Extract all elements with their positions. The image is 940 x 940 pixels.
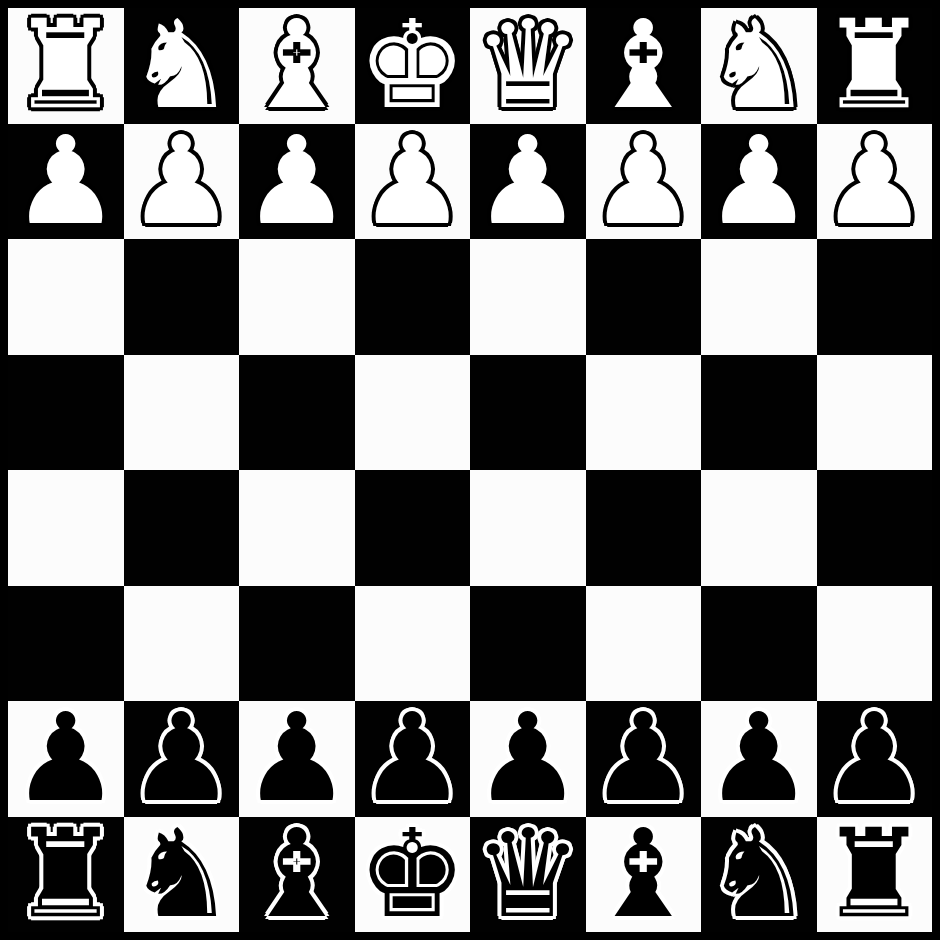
square-c2[interactable]: ♟ [586, 124, 702, 240]
square-h2[interactable]: ♟ [8, 124, 124, 240]
square-h8[interactable]: ♜ [8, 817, 124, 933]
square-e5[interactable] [355, 470, 471, 586]
white-pawn-icon: ♟ [589, 124, 698, 239]
black-pawn-icon: ♟ [820, 701, 929, 816]
square-h6[interactable] [8, 586, 124, 702]
white-rook-icon: ♜ [820, 8, 929, 123]
black-pawn-icon: ♟ [127, 701, 236, 816]
square-b8[interactable]: ♞ [701, 817, 817, 933]
square-a3[interactable] [817, 239, 933, 355]
chess-board-frame: ♜♞♝♚♛♝♞♜♟♟♟♟♟♟♟♟♟♟♟♟♟♟♟♟♜♞♝♚♛♝♞♜ [0, 0, 940, 940]
black-queen-icon: ♛ [473, 817, 582, 932]
square-c5[interactable] [586, 470, 702, 586]
square-c6[interactable] [586, 586, 702, 702]
square-f7[interactable]: ♟ [239, 701, 355, 817]
black-pawn-icon: ♟ [11, 701, 120, 816]
white-rook-icon: ♜ [11, 8, 120, 123]
square-d7[interactable]: ♟ [470, 701, 586, 817]
chess-board: ♜♞♝♚♛♝♞♜♟♟♟♟♟♟♟♟♟♟♟♟♟♟♟♟♜♞♝♚♛♝♞♜ [8, 8, 932, 932]
black-king-icon: ♚ [358, 817, 467, 932]
black-pawn-icon: ♟ [358, 701, 467, 816]
square-a6[interactable] [817, 586, 933, 702]
white-pawn-icon: ♟ [11, 124, 120, 239]
square-e3[interactable] [355, 239, 471, 355]
square-d2[interactable]: ♟ [470, 124, 586, 240]
black-pawn-icon: ♟ [704, 701, 813, 816]
square-g1[interactable]: ♞ [124, 8, 240, 124]
square-d1[interactable]: ♛ [470, 8, 586, 124]
square-h7[interactable]: ♟ [8, 701, 124, 817]
square-h1[interactable]: ♜ [8, 8, 124, 124]
black-bishop-icon: ♝ [242, 817, 351, 932]
square-d4[interactable] [470, 355, 586, 471]
black-knight-icon: ♞ [127, 817, 236, 932]
square-b4[interactable] [701, 355, 817, 471]
square-e2[interactable]: ♟ [355, 124, 471, 240]
black-bishop-icon: ♝ [589, 817, 698, 932]
square-f4[interactable] [239, 355, 355, 471]
square-d3[interactable] [470, 239, 586, 355]
square-e6[interactable] [355, 586, 471, 702]
square-b7[interactable]: ♟ [701, 701, 817, 817]
square-b1[interactable]: ♞ [701, 8, 817, 124]
white-bishop-icon: ♝ [242, 8, 351, 123]
black-pawn-icon: ♟ [589, 701, 698, 816]
white-queen-icon: ♛ [473, 8, 582, 123]
white-knight-icon: ♞ [704, 8, 813, 123]
square-g5[interactable] [124, 470, 240, 586]
square-d6[interactable] [470, 586, 586, 702]
black-rook-icon: ♜ [820, 817, 929, 932]
square-b6[interactable] [701, 586, 817, 702]
square-c4[interactable] [586, 355, 702, 471]
square-f5[interactable] [239, 470, 355, 586]
square-b5[interactable] [701, 470, 817, 586]
white-pawn-icon: ♟ [242, 124, 351, 239]
square-a5[interactable] [817, 470, 933, 586]
square-c7[interactable]: ♟ [586, 701, 702, 817]
white-king-icon: ♚ [358, 8, 467, 123]
square-e8[interactable]: ♚ [355, 817, 471, 933]
square-d5[interactable] [470, 470, 586, 586]
square-d8[interactable]: ♛ [470, 817, 586, 933]
square-g7[interactable]: ♟ [124, 701, 240, 817]
square-e7[interactable]: ♟ [355, 701, 471, 817]
square-g6[interactable] [124, 586, 240, 702]
white-pawn-icon: ♟ [820, 124, 929, 239]
square-a2[interactable]: ♟ [817, 124, 933, 240]
square-g2[interactable]: ♟ [124, 124, 240, 240]
square-g8[interactable]: ♞ [124, 817, 240, 933]
square-g3[interactable] [124, 239, 240, 355]
square-e1[interactable]: ♚ [355, 8, 471, 124]
square-h3[interactable] [8, 239, 124, 355]
black-knight-icon: ♞ [704, 817, 813, 932]
square-h4[interactable] [8, 355, 124, 471]
square-f6[interactable] [239, 586, 355, 702]
white-bishop-icon: ♝ [589, 8, 698, 123]
square-b2[interactable]: ♟ [701, 124, 817, 240]
square-e4[interactable] [355, 355, 471, 471]
square-a8[interactable]: ♜ [817, 817, 933, 933]
square-f8[interactable]: ♝ [239, 817, 355, 933]
square-f1[interactable]: ♝ [239, 8, 355, 124]
square-a4[interactable] [817, 355, 933, 471]
square-a1[interactable]: ♜ [817, 8, 933, 124]
square-f2[interactable]: ♟ [239, 124, 355, 240]
white-pawn-icon: ♟ [127, 124, 236, 239]
white-pawn-icon: ♟ [358, 124, 467, 239]
square-a7[interactable]: ♟ [817, 701, 933, 817]
square-b3[interactable] [701, 239, 817, 355]
black-rook-icon: ♜ [11, 817, 120, 932]
black-pawn-icon: ♟ [242, 701, 351, 816]
white-knight-icon: ♞ [127, 8, 236, 123]
square-c1[interactable]: ♝ [586, 8, 702, 124]
square-c3[interactable] [586, 239, 702, 355]
black-pawn-icon: ♟ [473, 701, 582, 816]
square-f3[interactable] [239, 239, 355, 355]
square-h5[interactable] [8, 470, 124, 586]
white-pawn-icon: ♟ [473, 124, 582, 239]
square-c8[interactable]: ♝ [586, 817, 702, 933]
square-g4[interactable] [124, 355, 240, 471]
white-pawn-icon: ♟ [704, 124, 813, 239]
